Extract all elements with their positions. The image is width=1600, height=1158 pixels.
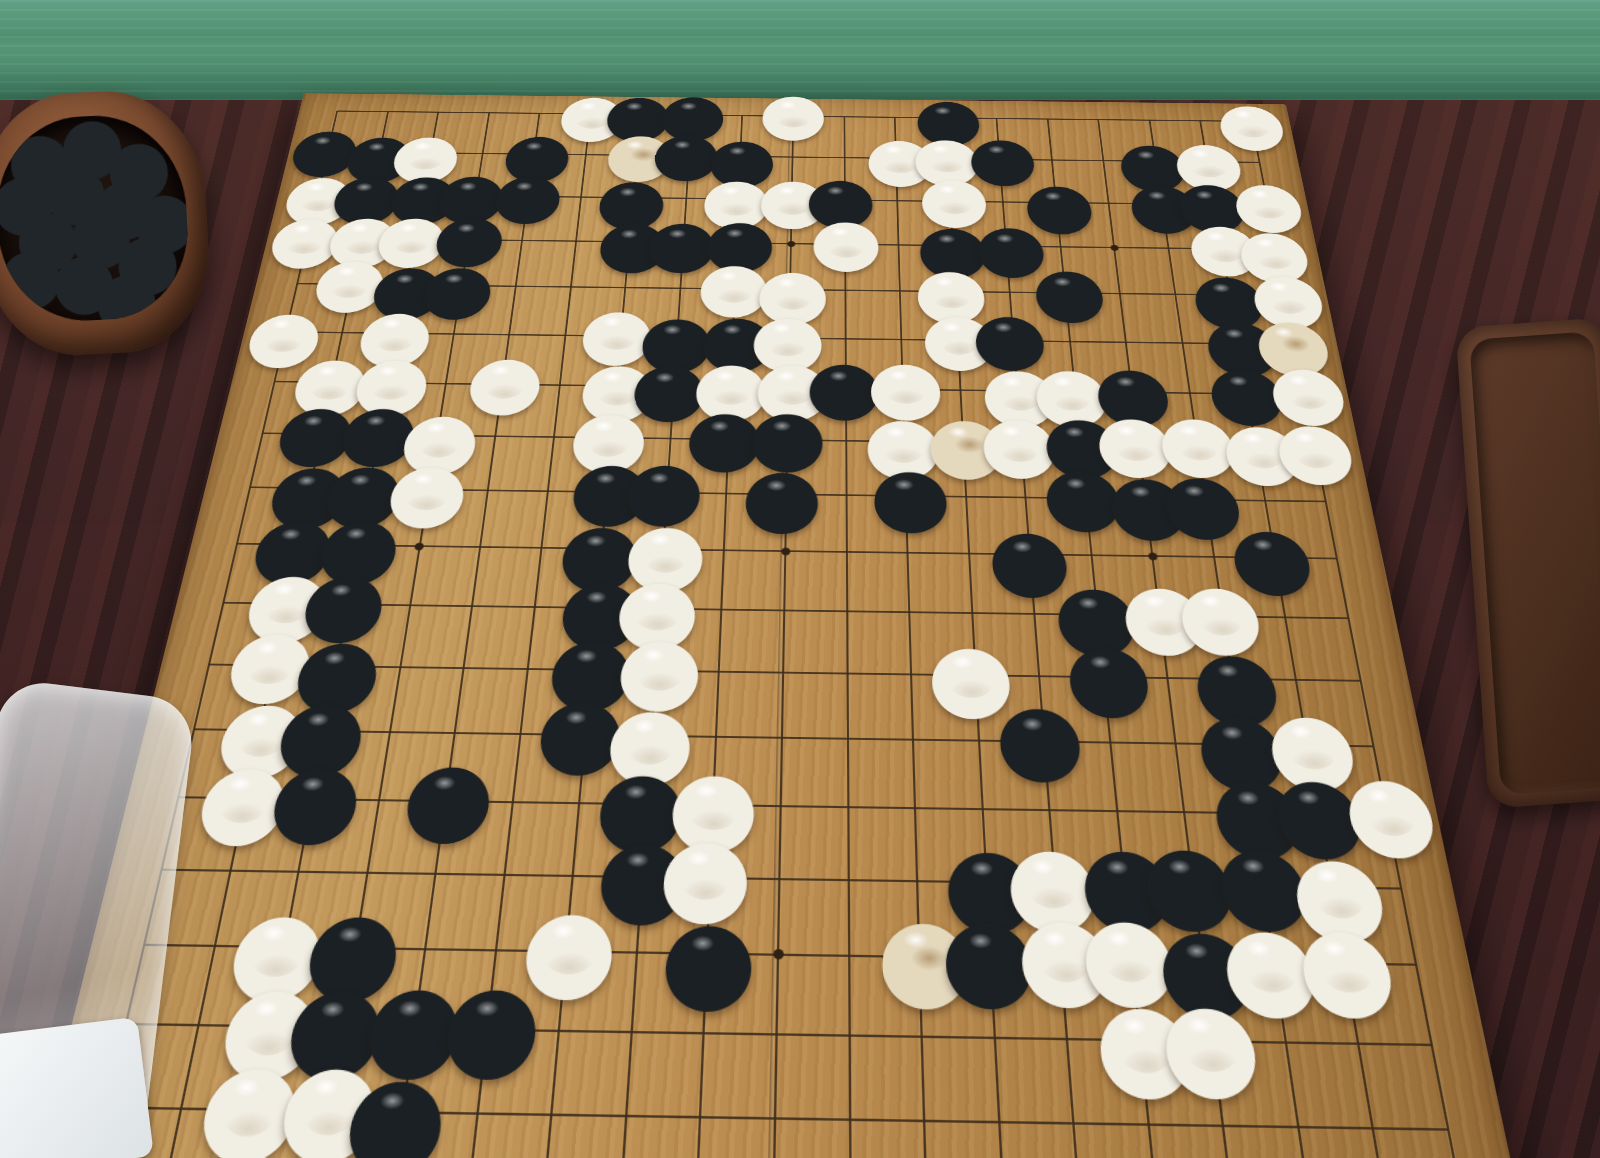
stone-gloss — [993, 422, 1044, 462]
stone-gloss — [1311, 934, 1379, 993]
stone-gloss — [381, 993, 448, 1054]
black-stone[interactable]: ● — [1035, 267, 1103, 316]
star-point — [1110, 245, 1119, 251]
stone-gloss — [419, 770, 481, 822]
stone-gloss — [480, 361, 532, 399]
stone-gloss — [772, 98, 814, 128]
stone-gloss — [401, 469, 456, 511]
stone-gloss — [1174, 480, 1229, 522]
go-game-photo-scene: ●●●●●●●●●●●●●●●●●●●●●●●●●●●●●●●●●●●●●●●●… — [0, 0, 1600, 1158]
stone-gloss — [985, 318, 1034, 355]
black-stone[interactable]: ● — [1000, 703, 1080, 773]
stone-gloss — [676, 845, 735, 900]
white-stone[interactable]: ● — [1299, 925, 1394, 1007]
stone-gloss — [1357, 783, 1422, 836]
white-stone[interactable]: ● — [1163, 1000, 1256, 1086]
stone-gloss — [821, 366, 868, 404]
stone-gloss — [446, 219, 495, 253]
stone-gloss — [943, 650, 998, 698]
stone-gloss — [757, 475, 807, 517]
bowl-black-stone[interactable]: ● — [97, 269, 156, 325]
stone-gloss — [1176, 1011, 1243, 1073]
stone-gloss — [638, 467, 690, 509]
stone-gloss — [362, 1084, 432, 1149]
stone-gloss — [987, 230, 1034, 264]
stone-gloss — [1011, 711, 1068, 761]
black-stone[interactable]: ● — [666, 918, 750, 999]
white-stone[interactable]: ● — [1276, 421, 1354, 477]
stone-gloss — [460, 992, 526, 1053]
plastic-sheet — [0, 1017, 154, 1158]
stone-gloss — [316, 578, 375, 623]
stone-gloss — [1045, 273, 1094, 308]
black-stone[interactable]: ● — [348, 1073, 445, 1158]
stone-gloss — [679, 928, 739, 987]
stone-gloss — [958, 925, 1019, 983]
black-stone[interactable]: ● — [272, 762, 361, 835]
stone-gloss — [1079, 650, 1136, 698]
star-point — [787, 241, 795, 247]
stone-gloss — [763, 415, 812, 455]
stone-gloss — [1096, 924, 1160, 982]
stone-gloss — [824, 224, 868, 258]
stone-gloss — [1286, 428, 1342, 468]
star-point — [773, 949, 784, 959]
star-point — [781, 547, 790, 555]
stone-gloss — [885, 474, 935, 516]
tray-lid-inner — [1469, 331, 1600, 795]
black-stone[interactable]: ● — [747, 468, 816, 526]
stone-gloss — [552, 705, 610, 755]
stone-gloss — [539, 917, 602, 975]
stone-gloss — [1056, 473, 1109, 515]
stone-gloss — [433, 270, 483, 305]
stone-gloss — [1170, 421, 1224, 461]
stone-gloss — [711, 268, 757, 303]
stone-gloss — [505, 178, 552, 210]
stone-gloss — [1002, 535, 1056, 579]
bowl-black-stones: ●●●●●●●●●●●●● — [0, 111, 192, 325]
stone-gloss — [882, 366, 930, 404]
stone-gloss — [932, 182, 977, 215]
black-stone[interactable]: ● — [406, 761, 492, 834]
black-stone[interactable]: ● — [446, 982, 537, 1067]
star-point — [414, 542, 424, 550]
star-point — [1148, 552, 1158, 560]
stone-gloss — [1190, 590, 1248, 636]
stone-gloss — [285, 771, 349, 823]
stone-gloss — [632, 643, 687, 691]
stone-gloss — [700, 416, 749, 456]
stone-gloss — [1280, 371, 1334, 409]
board-grid[interactable]: ●●●●●●●●●●●●●●●●●●●●●●●●●●●●●●●●●●●●●●●●… — [86, 111, 1466, 1158]
stone-gloss — [593, 313, 642, 350]
black-stone[interactable]: ● — [876, 467, 946, 525]
